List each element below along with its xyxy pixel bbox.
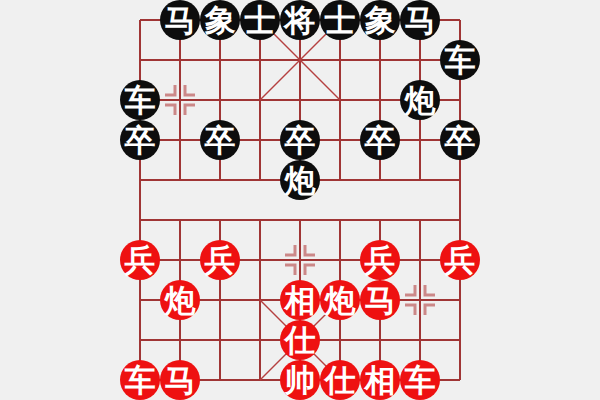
piece-black-elephant[interactable]: 象 [200, 0, 240, 40]
piece-red-cannon[interactable]: 炮 [160, 280, 200, 320]
piece-red-elephant[interactable]: 相 [360, 360, 400, 400]
piece-black-soldier[interactable]: 卒 [200, 120, 240, 160]
piece-black-horse[interactable]: 马 [160, 0, 200, 40]
xiangqi-board: 马象士将士象马车车炮卒卒卒卒卒炮兵兵兵兵炮相炮马仕车马帅仕相车 [120, 0, 480, 400]
piece-red-soldier[interactable]: 兵 [200, 240, 240, 280]
piece-black-soldier[interactable]: 卒 [280, 120, 320, 160]
piece-red-advisor[interactable]: 仕 [280, 320, 320, 360]
piece-black-soldier[interactable]: 卒 [440, 120, 480, 160]
piece-red-soldier[interactable]: 兵 [360, 240, 400, 280]
piece-black-horse[interactable]: 马 [400, 0, 440, 40]
piece-red-cannon[interactable]: 炮 [320, 280, 360, 320]
piece-black-elephant[interactable]: 象 [360, 0, 400, 40]
piece-black-advisor[interactable]: 士 [320, 0, 360, 40]
piece-red-chariot[interactable]: 车 [400, 360, 440, 400]
piece-red-soldier[interactable]: 兵 [440, 240, 480, 280]
piece-red-soldier[interactable]: 兵 [120, 240, 160, 280]
piece-black-cannon[interactable]: 炮 [400, 80, 440, 120]
piece-black-chariot[interactable]: 车 [120, 80, 160, 120]
piece-red-advisor[interactable]: 仕 [320, 360, 360, 400]
xiangqi-screenshot: 马象士将士象马车车炮卒卒卒卒卒炮兵兵兵兵炮相炮马仕车马帅仕相车 [0, 0, 600, 400]
piece-black-cannon[interactable]: 炮 [280, 160, 320, 200]
piece-black-advisor[interactable]: 士 [240, 0, 280, 40]
piece-black-soldier[interactable]: 卒 [120, 120, 160, 160]
piece-red-horse[interactable]: 马 [360, 280, 400, 320]
piece-black-soldier[interactable]: 卒 [360, 120, 400, 160]
piece-black-general[interactable]: 将 [280, 0, 320, 40]
piece-red-general[interactable]: 帅 [280, 360, 320, 400]
piece-black-chariot[interactable]: 车 [440, 40, 480, 80]
piece-red-elephant[interactable]: 相 [280, 280, 320, 320]
piece-red-horse[interactable]: 马 [160, 360, 200, 400]
piece-red-chariot[interactable]: 车 [120, 360, 160, 400]
